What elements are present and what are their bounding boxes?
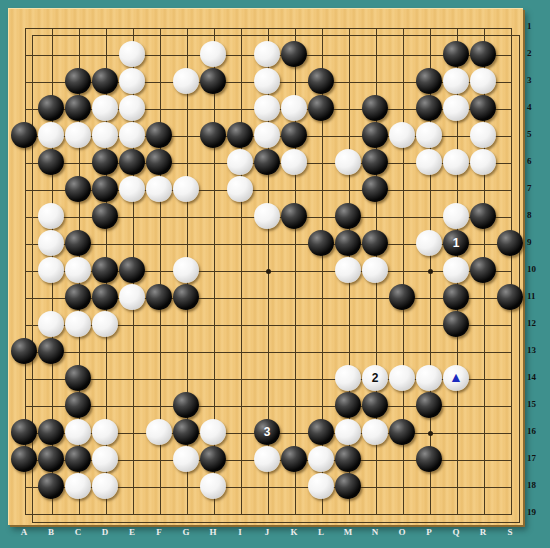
stone-black-H17[interactable] <box>200 446 226 472</box>
stone-black-B13[interactable] <box>38 338 64 364</box>
column-label-H: H <box>203 527 223 537</box>
row-label-3: 3 <box>527 75 532 87</box>
stone-white-G10[interactable] <box>173 257 199 283</box>
stone-white-H2[interactable] <box>200 41 226 67</box>
stone-black-G16[interactable] <box>173 419 199 445</box>
column-label-A: A <box>14 527 34 537</box>
stone-white-P14[interactable] <box>416 365 442 391</box>
stone-black-A17[interactable] <box>11 446 37 472</box>
stone-white-I6[interactable] <box>227 149 253 175</box>
stone-black-I5[interactable] <box>227 122 253 148</box>
stone-white-E7[interactable] <box>119 176 145 202</box>
stone-white-D18[interactable] <box>92 473 118 499</box>
stone-black-C7[interactable] <box>65 176 91 202</box>
row-label-1: 1 <box>527 21 532 33</box>
stone-white-C5[interactable] <box>65 122 91 148</box>
stone-white-O5[interactable] <box>389 122 415 148</box>
stone-white-B9[interactable] <box>38 230 64 256</box>
column-label-I: I <box>230 527 250 537</box>
stone-black-G11[interactable] <box>173 284 199 310</box>
stone-black-O16[interactable] <box>389 419 415 445</box>
stone-white-I7[interactable] <box>227 176 253 202</box>
stone-white-Q8[interactable] <box>443 203 469 229</box>
stone-white-J17[interactable] <box>254 446 280 472</box>
column-label-M: M <box>338 527 358 537</box>
stone-black-M9[interactable] <box>335 230 361 256</box>
stone-black-R8[interactable] <box>470 203 496 229</box>
stone-black-M17[interactable] <box>335 446 361 472</box>
stone-white-G17[interactable] <box>173 446 199 472</box>
stone-black-F6[interactable] <box>146 149 172 175</box>
stone-black-K8[interactable] <box>281 203 307 229</box>
stone-black-N5[interactable] <box>362 122 388 148</box>
stone-white-F16[interactable] <box>146 419 172 445</box>
move-number-label: 3 <box>264 426 271 438</box>
stone-black-L9[interactable] <box>308 230 334 256</box>
stone-white-L17[interactable] <box>308 446 334 472</box>
column-label-C: C <box>68 527 88 537</box>
stone-black-O11[interactable] <box>389 284 415 310</box>
stone-white-K4[interactable] <box>281 95 307 121</box>
stone-white-Q6[interactable] <box>443 149 469 175</box>
stone-white-M6[interactable] <box>335 149 361 175</box>
stone-white-Q3[interactable] <box>443 68 469 94</box>
stone-black-L4[interactable] <box>308 95 334 121</box>
stone-black-R2[interactable] <box>470 41 496 67</box>
stone-black-A16[interactable] <box>11 419 37 445</box>
stone-white-O14[interactable] <box>389 365 415 391</box>
row-label-6: 6 <box>527 156 532 168</box>
stone-white-D17[interactable] <box>92 446 118 472</box>
stone-black-A13[interactable] <box>11 338 37 364</box>
column-label-S: S <box>500 527 520 537</box>
stone-white-R6[interactable] <box>470 149 496 175</box>
stone-black-D6[interactable] <box>92 149 118 175</box>
stone-black-B6[interactable] <box>38 149 64 175</box>
column-label-D: D <box>95 527 115 537</box>
move-number-label: 1 <box>453 237 460 249</box>
stone-black-L16[interactable] <box>308 419 334 445</box>
stone-white-P6[interactable] <box>416 149 442 175</box>
row-label-9: 9 <box>527 237 532 249</box>
stone-white-E4[interactable] <box>119 95 145 121</box>
stone-white-C18[interactable] <box>65 473 91 499</box>
stone-black-K2[interactable] <box>281 41 307 67</box>
row-label-7: 7 <box>527 183 532 195</box>
stone-white-B5[interactable] <box>38 122 64 148</box>
stone-black-D8[interactable] <box>92 203 118 229</box>
stone-black-A5[interactable] <box>11 122 37 148</box>
row-label-11: 11 <box>527 291 536 303</box>
stone-white-M16[interactable] <box>335 419 361 445</box>
stone-white-M14[interactable] <box>335 365 361 391</box>
stone-white-C10[interactable] <box>65 257 91 283</box>
stone-black-B17[interactable] <box>38 446 64 472</box>
stone-black-Q9[interactable]: 1 <box>443 230 469 256</box>
stone-black-N9[interactable] <box>362 230 388 256</box>
stone-white-N16[interactable] <box>362 419 388 445</box>
column-label-E: E <box>122 527 142 537</box>
stone-white-D4[interactable] <box>92 95 118 121</box>
row-label-14: 14 <box>527 372 536 384</box>
stone-white-L18[interactable] <box>308 473 334 499</box>
stone-white-H16[interactable] <box>200 419 226 445</box>
stone-black-H5[interactable] <box>200 122 226 148</box>
stone-black-S9[interactable] <box>497 230 523 256</box>
stone-white-E2[interactable] <box>119 41 145 67</box>
row-label-2: 2 <box>527 48 532 60</box>
stone-black-R10[interactable] <box>470 257 496 283</box>
stone-black-F11[interactable] <box>146 284 172 310</box>
stone-white-C12[interactable] <box>65 311 91 337</box>
move-number-label: 2 <box>372 372 379 384</box>
stone-black-P3[interactable] <box>416 68 442 94</box>
go-board-app: 12▲3 ABCDEFGHIJKLMNOPQRS 123456789101112… <box>0 0 550 548</box>
stone-white-G7[interactable] <box>173 176 199 202</box>
stone-black-M18[interactable] <box>335 473 361 499</box>
column-label-B: B <box>41 527 61 537</box>
row-label-12: 12 <box>527 318 536 330</box>
stone-black-C15[interactable] <box>65 392 91 418</box>
stone-white-H18[interactable] <box>200 473 226 499</box>
stone-black-L3[interactable] <box>308 68 334 94</box>
stone-black-Q12[interactable] <box>443 311 469 337</box>
stone-white-B8[interactable] <box>38 203 64 229</box>
stone-white-J3[interactable] <box>254 68 280 94</box>
stone-black-E10[interactable] <box>119 257 145 283</box>
stone-black-Q11[interactable] <box>443 284 469 310</box>
row-label-4: 4 <box>527 102 532 114</box>
stone-black-J6[interactable] <box>254 149 280 175</box>
stone-black-K17[interactable] <box>281 446 307 472</box>
column-label-K: K <box>284 527 304 537</box>
column-label-O: O <box>392 527 412 537</box>
column-label-F: F <box>149 527 169 537</box>
row-label-18: 18 <box>527 480 536 492</box>
stone-black-C9[interactable] <box>65 230 91 256</box>
stone-black-P17[interactable] <box>416 446 442 472</box>
stone-white-N10[interactable] <box>362 257 388 283</box>
stone-white-J2[interactable] <box>254 41 280 67</box>
stone-white-J4[interactable] <box>254 95 280 121</box>
stone-black-Q2[interactable] <box>443 41 469 67</box>
stone-black-C14[interactable] <box>65 365 91 391</box>
stone-white-B10[interactable] <box>38 257 64 283</box>
stone-black-C4[interactable] <box>65 95 91 121</box>
stone-white-D16[interactable] <box>92 419 118 445</box>
stone-white-Q4[interactable] <box>443 95 469 121</box>
stone-black-B16[interactable] <box>38 419 64 445</box>
stone-white-M10[interactable] <box>335 257 361 283</box>
stone-white-E3[interactable] <box>119 68 145 94</box>
stone-white-F7[interactable] <box>146 176 172 202</box>
stone-black-B18[interactable] <box>38 473 64 499</box>
stone-black-E6[interactable] <box>119 149 145 175</box>
stone-white-Q10[interactable] <box>443 257 469 283</box>
row-label-16: 16 <box>527 426 536 438</box>
star-point <box>428 431 433 436</box>
stone-black-C3[interactable] <box>65 68 91 94</box>
stone-white-N14[interactable]: 2 <box>362 365 388 391</box>
stone-black-J16[interactable]: 3 <box>254 419 280 445</box>
stone-white-D5[interactable] <box>92 122 118 148</box>
stone-black-P15[interactable] <box>416 392 442 418</box>
stone-black-C17[interactable] <box>65 446 91 472</box>
stone-white-P9[interactable] <box>416 230 442 256</box>
stone-white-K6[interactable] <box>281 149 307 175</box>
stone-black-H3[interactable] <box>200 68 226 94</box>
stone-white-P5[interactable] <box>416 122 442 148</box>
stone-white-J5[interactable] <box>254 122 280 148</box>
row-label-13: 13 <box>527 345 536 357</box>
stone-black-B4[interactable] <box>38 95 64 121</box>
stone-white-D12[interactable] <box>92 311 118 337</box>
stone-white-G3[interactable] <box>173 68 199 94</box>
stone-black-N7[interactable] <box>362 176 388 202</box>
row-label-19: 19 <box>527 507 536 519</box>
stone-white-R3[interactable] <box>470 68 496 94</box>
stone-black-N4[interactable] <box>362 95 388 121</box>
column-label-L: L <box>311 527 331 537</box>
row-label-5: 5 <box>527 129 532 141</box>
stone-black-R4[interactable] <box>470 95 496 121</box>
stone-black-D10[interactable] <box>92 257 118 283</box>
star-point <box>428 269 433 274</box>
stone-black-C11[interactable] <box>65 284 91 310</box>
stone-black-F5[interactable] <box>146 122 172 148</box>
stone-white-C16[interactable] <box>65 419 91 445</box>
stone-white-J8[interactable] <box>254 203 280 229</box>
column-label-G: G <box>176 527 196 537</box>
triangle-marker-icon: ▲ <box>449 370 463 384</box>
column-label-P: P <box>419 527 439 537</box>
stone-black-N6[interactable] <box>362 149 388 175</box>
row-label-15: 15 <box>527 399 536 411</box>
row-label-10: 10 <box>527 264 536 276</box>
row-label-17: 17 <box>527 453 536 465</box>
column-label-Q: Q <box>446 527 466 537</box>
column-label-R: R <box>473 527 493 537</box>
stone-white-E5[interactable] <box>119 122 145 148</box>
stone-black-G15[interactable] <box>173 392 199 418</box>
stone-black-S11[interactable] <box>497 284 523 310</box>
stone-white-Q14[interactable]: ▲ <box>443 365 469 391</box>
stone-black-D11[interactable] <box>92 284 118 310</box>
stone-black-M8[interactable] <box>335 203 361 229</box>
stone-white-E11[interactable] <box>119 284 145 310</box>
stone-black-M15[interactable] <box>335 392 361 418</box>
stone-black-K5[interactable] <box>281 122 307 148</box>
stone-black-P4[interactable] <box>416 95 442 121</box>
stone-white-R5[interactable] <box>470 122 496 148</box>
stone-black-D7[interactable] <box>92 176 118 202</box>
stone-black-N15[interactable] <box>362 392 388 418</box>
row-label-8: 8 <box>527 210 532 222</box>
stone-black-D3[interactable] <box>92 68 118 94</box>
column-label-N: N <box>365 527 385 537</box>
star-point <box>266 269 271 274</box>
stone-white-B12[interactable] <box>38 311 64 337</box>
column-label-J: J <box>257 527 277 537</box>
